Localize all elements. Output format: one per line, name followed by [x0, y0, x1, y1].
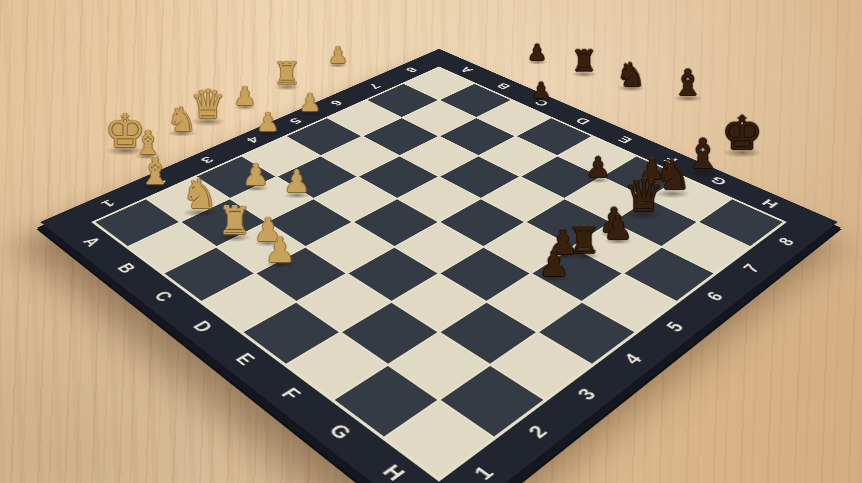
black-bishop-g8[interactable]: ♝	[672, 65, 704, 101]
wood-table-background: ABCDEFGH ABCDEFGH 12345678 12345678 ♚♝♞♛…	[0, 0, 862, 483]
white-bishop-b1[interactable]: ♝	[138, 153, 171, 190]
black-pawn-g3[interactable]: ♟	[603, 211, 633, 244]
coordinate-label-8: 8	[749, 222, 824, 263]
black-pawn-f6[interactable]: ♟	[585, 154, 610, 182]
black-knight-f8[interactable]: ♞	[616, 58, 646, 91]
white-pawn-c3[interactable]: ♟	[243, 160, 270, 190]
black-pawn-h2[interactable]: ♟	[538, 246, 569, 281]
black-pawn-d7[interactable]: ♟	[531, 80, 551, 102]
white-rook-d1[interactable]: ♜	[218, 202, 252, 240]
black-pawn-d8[interactable]: ♟	[527, 42, 547, 64]
coordinate-label-6: 6	[676, 274, 755, 320]
black-rook-e8[interactable]: ♜	[571, 47, 597, 76]
white-pawn-a7[interactable]: ♟	[328, 44, 349, 67]
white-pawn-e1[interactable]: ♟	[264, 232, 295, 267]
chess-board[interactable]: ABCDEFGH ABCDEFGH 12345678 12345678	[40, 49, 838, 483]
white-rook-a6[interactable]: ♜	[273, 58, 301, 89]
white-pawn-b5[interactable]: ♟	[256, 109, 279, 135]
white-knight-a3[interactable]: ♞	[167, 102, 197, 136]
coordinate-label-7: 7	[714, 247, 791, 290]
white-pawn-a5[interactable]: ♟	[233, 83, 256, 109]
white-pawn-c4[interactable]: ♟	[284, 167, 311, 197]
black-king-h8[interactable]: ♚	[721, 110, 762, 156]
white-pawn-b6[interactable]: ♟	[299, 90, 321, 115]
white-knight-c1[interactable]: ♞	[182, 174, 219, 215]
coordinate-label-5: 5	[635, 303, 717, 353]
